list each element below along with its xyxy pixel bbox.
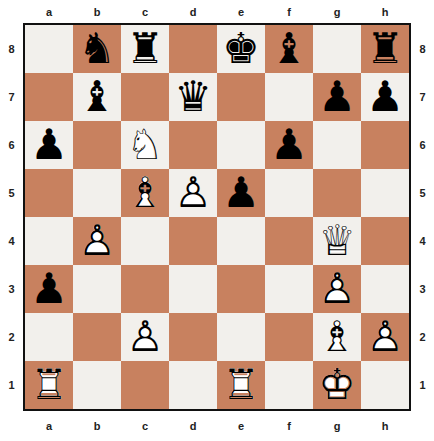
black-pawn: ♟ [265, 121, 313, 169]
square-d6[interactable] [169, 121, 217, 169]
file-label: f [265, 0, 313, 23]
file-label: g [313, 411, 361, 441]
square-e6[interactable] [217, 121, 265, 169]
square-e4[interactable] [217, 217, 265, 265]
white-pawn: ♙ [73, 217, 121, 265]
square-g6[interactable] [313, 121, 361, 169]
square-b8[interactable]: ♞ [73, 25, 121, 73]
square-c4[interactable] [121, 217, 169, 265]
white-knight: ♘ [121, 121, 169, 169]
white-rook: ♖ [217, 361, 265, 409]
rank-label: 2 [411, 313, 434, 361]
file-label: h [361, 0, 409, 23]
square-g2[interactable]: ♝♗ [313, 313, 361, 361]
black-bishop: ♝ [265, 25, 313, 73]
square-d5[interactable]: ♟♙ [169, 169, 217, 217]
black-rook: ♜ [121, 25, 169, 73]
white-queen-fill: ♛ [313, 217, 361, 265]
square-h6[interactable] [361, 121, 409, 169]
rank-label: 7 [0, 73, 23, 121]
black-pawn: ♟ [217, 169, 265, 217]
square-f4[interactable] [265, 217, 313, 265]
file-label: b [73, 0, 121, 23]
square-f2[interactable] [265, 313, 313, 361]
square-b6[interactable] [73, 121, 121, 169]
square-f3[interactable] [265, 265, 313, 313]
rank-label: 5 [0, 169, 23, 217]
square-d2[interactable] [169, 313, 217, 361]
white-bishop-fill: ♝ [313, 313, 361, 361]
white-pawn: ♙ [313, 265, 361, 313]
square-a1[interactable]: ♜♖ [25, 361, 73, 409]
square-d1[interactable] [169, 361, 217, 409]
square-f5[interactable] [265, 169, 313, 217]
white-rook: ♖ [25, 361, 73, 409]
white-bishop-fill: ♝ [121, 169, 169, 217]
square-e1[interactable]: ♜♖ [217, 361, 265, 409]
white-rook-fill: ♜ [25, 361, 73, 409]
rank-labels-right: 87654321 [411, 23, 434, 411]
black-pawn: ♟ [25, 265, 73, 313]
square-g1[interactable]: ♚♔ [313, 361, 361, 409]
square-g7[interactable]: ♟ [313, 73, 361, 121]
square-d7[interactable]: ♛ [169, 73, 217, 121]
square-g3[interactable]: ♟♙ [313, 265, 361, 313]
rank-labels-left: 87654321 [0, 23, 23, 411]
square-h1[interactable] [361, 361, 409, 409]
rank-label: 8 [0, 25, 23, 73]
square-f6[interactable]: ♟ [265, 121, 313, 169]
black-queen: ♛ [169, 73, 217, 121]
file-label: c [121, 411, 169, 441]
square-a7[interactable] [25, 73, 73, 121]
square-a6[interactable]: ♟ [25, 121, 73, 169]
file-label: g [313, 0, 361, 23]
square-b1[interactable] [73, 361, 121, 409]
white-pawn-fill: ♟ [169, 169, 217, 217]
square-e3[interactable] [217, 265, 265, 313]
square-c1[interactable] [121, 361, 169, 409]
file-label: a [25, 411, 73, 441]
white-pawn-fill: ♟ [361, 313, 409, 361]
white-pawn: ♙ [121, 313, 169, 361]
square-h2[interactable]: ♟♙ [361, 313, 409, 361]
square-h8[interactable]: ♜ [361, 25, 409, 73]
square-g5[interactable] [313, 169, 361, 217]
white-king: ♔ [313, 361, 361, 409]
square-f1[interactable] [265, 361, 313, 409]
rank-label: 4 [0, 217, 23, 265]
square-d8[interactable] [169, 25, 217, 73]
square-e8[interactable]: ♚ [217, 25, 265, 73]
white-bishop: ♗ [313, 313, 361, 361]
square-h7[interactable]: ♟ [361, 73, 409, 121]
square-b4[interactable]: ♟♙ [73, 217, 121, 265]
file-label: e [217, 411, 265, 441]
rank-label: 1 [411, 361, 434, 409]
square-f7[interactable] [265, 73, 313, 121]
white-pawn-fill: ♟ [121, 313, 169, 361]
rank-label: 6 [411, 121, 434, 169]
white-pawn: ♙ [361, 313, 409, 361]
file-labels-bottom: abcdefgh [25, 411, 409, 441]
rank-label: 4 [411, 217, 434, 265]
white-pawn: ♙ [169, 169, 217, 217]
black-pawn: ♟ [361, 73, 409, 121]
file-label: f [265, 411, 313, 441]
chess-board: ♞♜♚♝♜♝♛♟♟♟♞♘♟♝♗♟♙♟♟♙♛♕♟♟♙♟♙♝♗♟♙♜♖♜♖♚♔ [23, 23, 411, 411]
square-a3[interactable]: ♟ [25, 265, 73, 313]
square-a4[interactable] [25, 217, 73, 265]
white-queen: ♕ [313, 217, 361, 265]
white-king-fill: ♚ [313, 361, 361, 409]
square-e7[interactable] [217, 73, 265, 121]
square-h4[interactable] [361, 217, 409, 265]
white-pawn-fill: ♟ [73, 217, 121, 265]
black-pawn: ♟ [25, 121, 73, 169]
square-c2[interactable]: ♟♙ [121, 313, 169, 361]
white-rook-fill: ♜ [217, 361, 265, 409]
white-pawn-fill: ♟ [313, 265, 361, 313]
black-knight: ♞ [73, 25, 121, 73]
white-knight-fill: ♞ [121, 121, 169, 169]
black-rook: ♜ [361, 25, 409, 73]
file-label: b [73, 411, 121, 441]
black-king: ♚ [217, 25, 265, 73]
square-d4[interactable] [169, 217, 217, 265]
file-label: d [169, 0, 217, 23]
square-f8[interactable]: ♝ [265, 25, 313, 73]
square-b7[interactable]: ♝ [73, 73, 121, 121]
file-label: h [361, 411, 409, 441]
rank-label: 6 [0, 121, 23, 169]
square-b5[interactable] [73, 169, 121, 217]
rank-label: 8 [411, 25, 434, 73]
square-h5[interactable] [361, 169, 409, 217]
square-a5[interactable] [25, 169, 73, 217]
rank-label: 3 [0, 265, 23, 313]
square-b3[interactable] [73, 265, 121, 313]
square-c6[interactable]: ♞♘ [121, 121, 169, 169]
square-c7[interactable] [121, 73, 169, 121]
square-g4[interactable]: ♛♕ [313, 217, 361, 265]
square-b2[interactable] [73, 313, 121, 361]
square-c8[interactable]: ♜ [121, 25, 169, 73]
square-a8[interactable] [25, 25, 73, 73]
rank-label: 1 [0, 361, 23, 409]
file-label: d [169, 411, 217, 441]
black-bishop: ♝ [73, 73, 121, 121]
square-e5[interactable]: ♟ [217, 169, 265, 217]
file-labels-top: abcdefgh [25, 0, 409, 23]
square-a2[interactable] [25, 313, 73, 361]
rank-label: 7 [411, 73, 434, 121]
file-label: e [217, 0, 265, 23]
square-h3[interactable] [361, 265, 409, 313]
file-label: c [121, 0, 169, 23]
rank-label: 3 [411, 265, 434, 313]
square-c3[interactable] [121, 265, 169, 313]
square-c5[interactable]: ♝♗ [121, 169, 169, 217]
black-pawn: ♟ [313, 73, 361, 121]
square-g8[interactable] [313, 25, 361, 73]
rank-label: 2 [0, 313, 23, 361]
square-e2[interactable] [217, 313, 265, 361]
white-bishop: ♗ [121, 169, 169, 217]
file-label: a [25, 0, 73, 23]
chess-diagram: abcdefgh 87654321 ♞♜♚♝♜♝♛♟♟♟♞♘♟♝♗♟♙♟♟♙♛♕… [0, 0, 434, 441]
rank-label: 5 [411, 169, 434, 217]
square-d3[interactable] [169, 265, 217, 313]
